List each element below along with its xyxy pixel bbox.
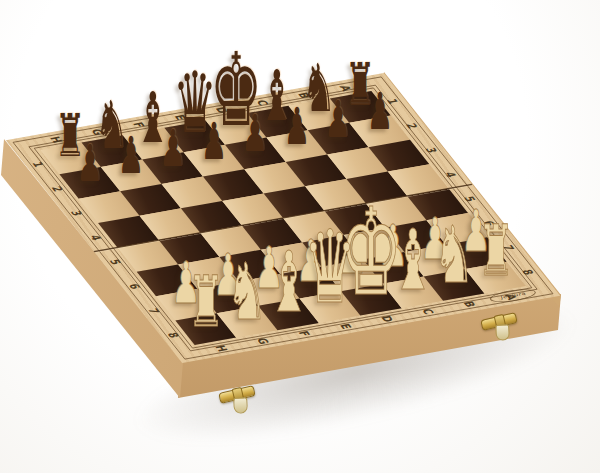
photo-scene: HHGGFFEEDDCCBBAA1122334455667788 Jeujura… [0,0,600,473]
piece-dark-pawn-b2: ♟ [325,96,352,144]
piece-light-rook-h8: ♜ [187,269,223,336]
piece-light-knight-b8: ♞ [434,218,475,293]
piece-dark-pawn-d2: ♟ [242,111,269,159]
piece-light-bishop-f8: ♝ [267,243,310,322]
piece-light-queen-e8: ♛ [304,220,356,316]
piece-dark-pawn-e2: ♟ [201,118,228,166]
piece-light-knight-g8: ♞ [227,254,268,329]
piece-dark-pawn-a2: ♟ [366,89,393,137]
piece-light-rook-a8: ♜ [477,218,513,285]
piece-dark-pawn-h2: ♟ [77,140,104,188]
piece-dark-pawn-g2: ♟ [118,133,145,181]
pieces-layer: ♜♞♝♚♟♛♟♝♟♞♟♜♟♟♟♟♟♟♟♟♜♟♞♟♝♟♚♟♛♝♞♜ [0,0,600,473]
piece-dark-pawn-c2: ♟ [284,103,311,151]
piece-dark-pawn-f2: ♟ [159,126,186,174]
